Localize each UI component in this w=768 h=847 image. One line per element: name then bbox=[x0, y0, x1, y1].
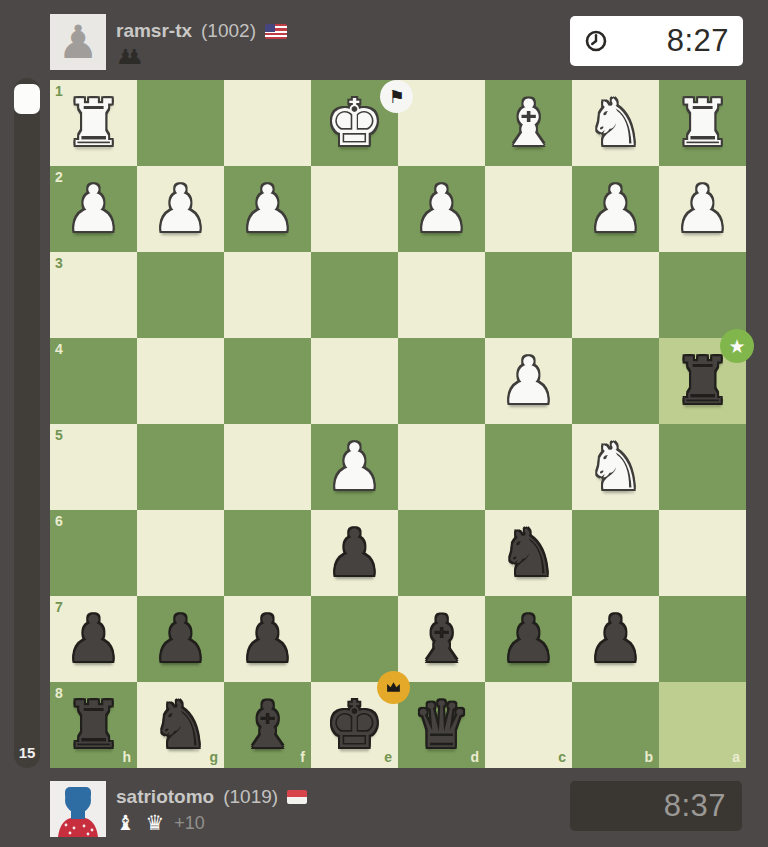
rank-label-6: 6 bbox=[55, 513, 63, 529]
square-a4[interactable]: ♜★ bbox=[659, 338, 746, 424]
file-label-e: e bbox=[384, 749, 392, 765]
bottom-player-info: satriotomo (1019) ♝ ♛ +10 bbox=[116, 786, 307, 834]
rank-label-4: 4 bbox=[55, 341, 63, 357]
square-b3[interactable] bbox=[572, 252, 659, 338]
square-a2[interactable]: ♟ bbox=[659, 166, 746, 252]
person-avatar-icon bbox=[50, 781, 106, 837]
white-rook-h1[interactable]: ♜ bbox=[50, 80, 137, 166]
square-g4[interactable] bbox=[137, 338, 224, 424]
top-player-rating: (1002) bbox=[201, 20, 256, 42]
black-bishop-f8[interactable]: ♝ bbox=[224, 682, 311, 768]
black-pawn-f7[interactable]: ♟ bbox=[224, 596, 311, 682]
square-e4[interactable] bbox=[311, 338, 398, 424]
captured-bishop-queen-icon: ♝ ♛ bbox=[116, 813, 166, 834]
square-f6[interactable] bbox=[224, 510, 311, 596]
square-c6[interactable]: ♞ bbox=[485, 510, 572, 596]
bottom-clock-time: 8:37 bbox=[664, 788, 726, 824]
square-h7[interactable]: 7♟ bbox=[50, 596, 137, 682]
file-label-h: h bbox=[122, 749, 131, 765]
square-e7[interactable] bbox=[311, 596, 398, 682]
white-bishop-c1[interactable]: ♝ bbox=[485, 80, 572, 166]
square-d7[interactable]: ♝ bbox=[398, 596, 485, 682]
square-g2[interactable]: ♟ bbox=[137, 166, 224, 252]
square-a6[interactable] bbox=[659, 510, 746, 596]
file-label-f: f bbox=[300, 749, 305, 765]
move-number: 15 bbox=[14, 744, 40, 761]
white-pawn-h2[interactable]: ♟ bbox=[50, 166, 137, 252]
winner-crown-badge bbox=[377, 671, 410, 704]
black-pawn-c7[interactable]: ♟ bbox=[485, 596, 572, 682]
white-knight-b1[interactable]: ♞ bbox=[572, 80, 659, 166]
best-move-star-badge: ★ bbox=[720, 329, 754, 363]
square-f5[interactable] bbox=[224, 424, 311, 510]
square-b1[interactable]: ♞ bbox=[572, 80, 659, 166]
bottom-player-clock: 8:37 bbox=[570, 781, 742, 831]
square-c7[interactable]: ♟ bbox=[485, 596, 572, 682]
top-player-info: ramsr-tx (1002) ♟♟ bbox=[116, 20, 287, 68]
rank-label-1: 1 bbox=[55, 83, 63, 99]
file-label-a: a bbox=[732, 749, 740, 765]
bottom-player-avatar[interactable] bbox=[50, 781, 106, 837]
square-e5[interactable]: ♟ bbox=[311, 424, 398, 510]
square-d5[interactable] bbox=[398, 424, 485, 510]
square-g3[interactable] bbox=[137, 252, 224, 338]
square-c1[interactable]: ♝ bbox=[485, 80, 572, 166]
square-e8[interactable]: e♚ bbox=[311, 682, 398, 768]
square-b7[interactable]: ♟ bbox=[572, 596, 659, 682]
square-d2[interactable]: ♟ bbox=[398, 166, 485, 252]
bottom-player-name[interactable]: satriotomo bbox=[116, 786, 214, 808]
chess-game-screen: ♟ ramsr-tx (1002) ♟♟ 8:27 15 1♜♚⚑♝♞♜2♟♟♟… bbox=[0, 0, 768, 847]
square-h1[interactable]: 1♜ bbox=[50, 80, 137, 166]
white-pawn-c4[interactable]: ♟ bbox=[485, 338, 572, 424]
us-flag-icon bbox=[265, 24, 287, 39]
square-a8[interactable]: a bbox=[659, 682, 746, 768]
square-f4[interactable] bbox=[224, 338, 311, 424]
square-d4[interactable] bbox=[398, 338, 485, 424]
square-e3[interactable] bbox=[311, 252, 398, 338]
clock-icon bbox=[584, 29, 608, 53]
rank-label-3: 3 bbox=[55, 255, 63, 271]
file-label-c: c bbox=[558, 749, 566, 765]
rank-label-7: 7 bbox=[55, 599, 63, 615]
square-h5[interactable]: 5 bbox=[50, 424, 137, 510]
square-f1[interactable] bbox=[224, 80, 311, 166]
square-b2[interactable]: ♟ bbox=[572, 166, 659, 252]
square-d6[interactable] bbox=[398, 510, 485, 596]
square-f8[interactable]: f♝ bbox=[224, 682, 311, 768]
square-e1[interactable]: ♚⚑ bbox=[311, 80, 398, 166]
square-f7[interactable]: ♟ bbox=[224, 596, 311, 682]
top-player-clock: 8:27 bbox=[570, 16, 743, 66]
board-scrollbar[interactable]: 15 bbox=[14, 78, 40, 768]
square-c4[interactable]: ♟ bbox=[485, 338, 572, 424]
chess-board[interactable]: 1♜♚⚑♝♞♜2♟♟♟♟♟♟34♟♜★5♟♞6♟♞7♟♟♟♝♟♟8h♜g♞f♝e… bbox=[50, 80, 746, 768]
square-g6[interactable] bbox=[137, 510, 224, 596]
white-pawn-d2[interactable]: ♟ bbox=[398, 166, 485, 252]
pawn-avatar-icon: ♟ bbox=[57, 19, 98, 65]
indonesia-flag-icon bbox=[287, 790, 307, 804]
file-label-b: b bbox=[644, 749, 653, 765]
white-pawn-e5[interactable]: ♟ bbox=[311, 424, 398, 510]
square-g8[interactable]: g♞ bbox=[137, 682, 224, 768]
flag-badge: ⚑ bbox=[380, 80, 413, 113]
black-pawn-b7[interactable]: ♟ bbox=[572, 596, 659, 682]
white-knight-b5[interactable]: ♞ bbox=[572, 424, 659, 510]
square-h3[interactable]: 3 bbox=[50, 252, 137, 338]
file-label-d: d bbox=[470, 749, 479, 765]
square-f3[interactable] bbox=[224, 252, 311, 338]
square-e2[interactable] bbox=[311, 166, 398, 252]
square-b6[interactable] bbox=[572, 510, 659, 596]
square-a7[interactable] bbox=[659, 596, 746, 682]
black-knight-c6[interactable]: ♞ bbox=[485, 510, 572, 596]
rank-label-5: 5 bbox=[55, 427, 63, 443]
square-e6[interactable]: ♟ bbox=[311, 510, 398, 596]
square-b8[interactable]: b bbox=[572, 682, 659, 768]
white-pawn-g2[interactable]: ♟ bbox=[137, 166, 224, 252]
rank-label-8: 8 bbox=[55, 685, 63, 701]
square-b5[interactable]: ♞ bbox=[572, 424, 659, 510]
white-pawn-a2[interactable]: ♟ bbox=[659, 166, 746, 252]
square-g1[interactable] bbox=[137, 80, 224, 166]
bottom-player-rating: (1019) bbox=[223, 786, 278, 808]
square-c5[interactable] bbox=[485, 424, 572, 510]
captured-pawns-icon: ♟♟ bbox=[116, 47, 144, 68]
black-pawn-e6[interactable]: ♟ bbox=[311, 510, 398, 596]
square-c2[interactable] bbox=[485, 166, 572, 252]
square-d8[interactable]: d♛ bbox=[398, 682, 485, 768]
square-a5[interactable] bbox=[659, 424, 746, 510]
square-h4[interactable]: 4 bbox=[50, 338, 137, 424]
square-h8[interactable]: 8h♜ bbox=[50, 682, 137, 768]
square-g7[interactable]: ♟ bbox=[137, 596, 224, 682]
square-g5[interactable] bbox=[137, 424, 224, 510]
square-f2[interactable]: ♟ bbox=[224, 166, 311, 252]
top-player-avatar[interactable]: ♟ bbox=[50, 14, 106, 70]
square-h6[interactable]: 6 bbox=[50, 510, 137, 596]
square-h2[interactable]: 2♟ bbox=[50, 166, 137, 252]
square-d3[interactable] bbox=[398, 252, 485, 338]
rank-label-2: 2 bbox=[55, 169, 63, 185]
black-pawn-h7[interactable]: ♟ bbox=[50, 596, 137, 682]
top-player-name[interactable]: ramsr-tx bbox=[116, 20, 192, 42]
top-clock-time: 8:27 bbox=[667, 23, 729, 59]
white-pawn-b2[interactable]: ♟ bbox=[572, 166, 659, 252]
square-c3[interactable] bbox=[485, 252, 572, 338]
black-pawn-g7[interactable]: ♟ bbox=[137, 596, 224, 682]
material-advantage: +10 bbox=[174, 813, 205, 834]
black-bishop-d7[interactable]: ♝ bbox=[398, 596, 485, 682]
square-a1[interactable]: ♜ bbox=[659, 80, 746, 166]
white-rook-a1[interactable]: ♜ bbox=[659, 80, 746, 166]
scrollbar-thumb[interactable] bbox=[14, 84, 40, 114]
file-label-g: g bbox=[209, 749, 218, 765]
white-pawn-f2[interactable]: ♟ bbox=[224, 166, 311, 252]
square-a3[interactable] bbox=[659, 252, 746, 338]
square-c8[interactable]: c bbox=[485, 682, 572, 768]
square-b4[interactable] bbox=[572, 338, 659, 424]
